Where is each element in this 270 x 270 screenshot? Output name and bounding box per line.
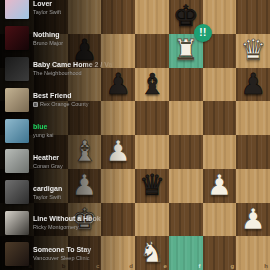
square-h6[interactable]: ♟ [236,68,270,102]
square-f3[interactable] [169,169,203,203]
playlist-item[interactable]: Line Without a HookRicky Montgomery [0,208,120,239]
playlist-item[interactable]: HeatherConan Gray [0,146,120,177]
track-title: Heather [33,153,117,162]
track-artist: Taylor Swift [33,8,117,16]
track-meta: Baby Came Home 2 / ValentinesThe Neighbo… [33,60,117,77]
black-pawn[interactable]: ♟ [236,67,270,101]
explicit-badge: E [33,102,38,107]
track-artist: Vancouver Sleep Clinic [33,254,117,262]
file-label-f: f [199,263,201,269]
track-meta: Best FriendERex Orange County [33,91,117,108]
square-e2[interactable] [135,203,169,237]
square-f1[interactable]: f [169,236,203,270]
album-art[interactable] [5,88,29,112]
file-label-g: g [231,263,235,269]
album-art[interactable] [5,180,29,204]
square-e8[interactable] [135,0,169,34]
playlist-item[interactable]: Someone To StayVancouver Sleep Clinic [0,238,120,269]
square-h3[interactable] [236,169,270,203]
square-h2[interactable]: ♟ [236,203,270,237]
playlist-item[interactable]: Best FriendERex Orange County [0,84,120,115]
track-title: blue [33,122,117,131]
square-f4[interactable] [169,135,203,169]
square-f6[interactable] [169,68,203,102]
square-h4[interactable] [236,135,270,169]
screen: ♚♟♜♛♟♝♟♝♟♟♛♟♚♟abcd♞efgh !! LoverTaylor S… [0,0,270,270]
track-meta: Someone To StayVancouver Sleep Clinic [33,245,117,262]
playlist-item[interactable]: blueyung kai [0,115,120,146]
square-h8[interactable] [236,0,270,34]
track-title: Baby Came Home 2 / Valentines [33,60,117,69]
playlist-item[interactable]: cardiganTaylor Swift [0,177,120,208]
track-title: Someone To Stay [33,245,117,254]
file-label-e: e [163,263,166,269]
track-artist: yung kai [33,131,117,139]
file-label-d: d [129,263,133,269]
playlist-item[interactable]: Baby Came Home 2 / ValentinesThe Neighbo… [0,54,120,85]
track-meta: cardiganTaylor Swift [33,184,117,201]
track-artist: Conan Gray [33,162,117,170]
square-h1[interactable]: h [236,236,270,270]
track-meta: LoverTaylor Swift [33,0,117,16]
album-art[interactable] [5,242,29,266]
black-bishop[interactable]: ♝ [135,67,169,101]
track-title: Line Without a Hook [33,214,117,223]
square-h5[interactable] [236,101,270,135]
playlist-item[interactable]: LoverTaylor Swift [0,0,120,23]
brilliant-badge-text: !! [199,28,207,38]
track-meta: NothingBruno Major [33,30,117,47]
track-title: cardigan [33,184,117,193]
white-pawn[interactable]: ♟ [203,168,237,202]
track-title: Lover [33,0,117,8]
track-artist: The Neighbourhood [33,69,117,77]
playlist: LoverTaylor SwiftNothingBruno MajorBaby … [0,0,120,269]
album-art[interactable] [5,211,29,235]
album-art[interactable] [5,57,29,81]
square-f5[interactable] [169,101,203,135]
square-e4[interactable] [135,135,169,169]
track-meta: HeatherConan Gray [33,153,117,170]
file-label-h: h [264,263,268,269]
square-h7[interactable]: ♛ [236,34,270,68]
playlist-item[interactable]: NothingBruno Major [0,23,120,54]
track-meta: blueyung kai [33,122,117,139]
square-e5[interactable] [135,101,169,135]
square-g2[interactable] [203,203,237,237]
square-g6[interactable] [203,68,237,102]
square-g4[interactable] [203,135,237,169]
album-art[interactable] [5,26,29,50]
track-title: Best Friend [33,91,117,100]
square-g5[interactable] [203,101,237,135]
square-e1[interactable]: ♞e [135,236,169,270]
square-e6[interactable]: ♝ [135,68,169,102]
brilliant-move-badge: !! [194,24,212,42]
square-e3[interactable]: ♛ [135,169,169,203]
track-artist: Bruno Major [33,39,117,47]
track-artist: ERex Orange County [33,100,117,108]
track-artist: Ricky Montgomery [33,223,117,231]
square-g1[interactable]: g [203,236,237,270]
album-art[interactable] [5,0,29,19]
black-queen[interactable]: ♛ [135,168,169,202]
track-artist: Taylor Swift [33,193,117,201]
white-queen[interactable]: ♛ [236,33,270,67]
white-pawn[interactable]: ♟ [236,202,270,236]
album-art[interactable] [5,119,29,143]
square-f2[interactable] [169,203,203,237]
album-art[interactable] [5,149,29,173]
square-g3[interactable]: ♟ [203,169,237,203]
track-title: Nothing [33,30,117,39]
track-meta: Line Without a HookRicky Montgomery [33,214,117,231]
square-e7[interactable] [135,34,169,68]
